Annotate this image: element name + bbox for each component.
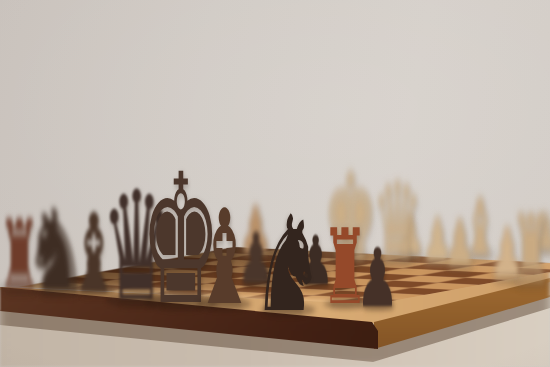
chess-photo-stage: ♜♞♝♛♚♝♟♞♟♜♟♟♚♛♟♟♟♝♟♜♟ — [0, 0, 550, 367]
white-pawn-3-piece: ♟ — [441, 212, 479, 275]
white-rook-piece: ♜ — [508, 204, 550, 296]
black-pawn-3-piece: ♟ — [353, 238, 402, 319]
pieces-layer: ♜♞♝♛♚♝♟♞♟♜♟♟♚♛♟♟♟♝♟♜♟ — [0, 0, 550, 367]
black-knight-g-piece: ♞ — [247, 198, 329, 330]
